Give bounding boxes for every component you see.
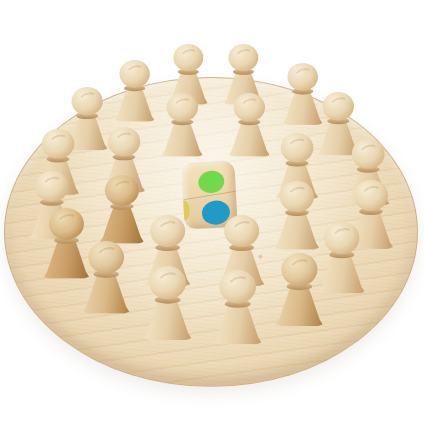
- peg-body: [162, 122, 203, 156]
- peg-I7[interactable]: [100, 175, 144, 245]
- peg-O16[interactable]: [115, 60, 154, 123]
- peg-body: [275, 213, 319, 250]
- peg-O11[interactable]: [83, 241, 129, 315]
- photo-canvas: [0, 0, 424, 424]
- peg-O7[interactable]: [319, 222, 365, 295]
- peg-O3[interactable]: [283, 63, 322, 126]
- peg-body: [100, 206, 144, 243]
- die-green-dot: [197, 169, 226, 195]
- peg-body: [276, 287, 323, 326]
- peg-body: [229, 122, 270, 156]
- peg-body: [283, 92, 322, 125]
- peg-O8[interactable]: [276, 253, 323, 327]
- peg-body: [319, 255, 365, 293]
- peg-O9[interactable]: [214, 270, 261, 346]
- peg-O10[interactable]: [144, 266, 191, 341]
- pieces-layer: [0, 0, 424, 424]
- peg-I1[interactable]: [162, 93, 203, 158]
- peg-body: [144, 301, 191, 341]
- peg-body: [83, 274, 129, 313]
- peg-I2[interactable]: [229, 93, 270, 158]
- peg-body: [214, 305, 261, 345]
- peg-body: [115, 89, 154, 122]
- peg-I4[interactable]: [275, 181, 319, 251]
